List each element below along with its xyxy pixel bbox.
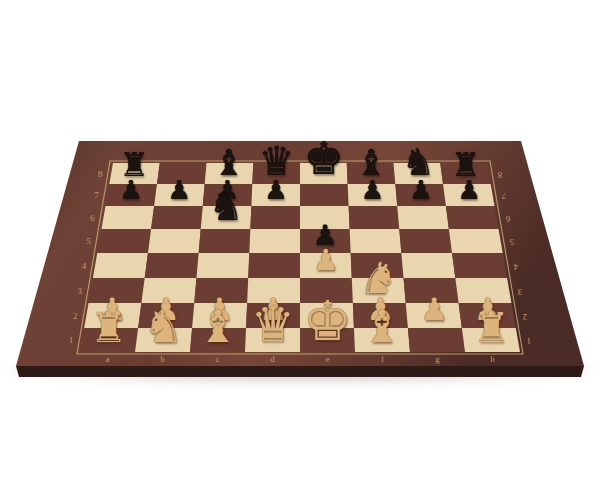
square-a5[interactable]	[97, 229, 151, 253]
piece-black-pawn-g7[interactable]: ♟	[409, 177, 432, 203]
piece-black-pawn-h7[interactable]: ♟	[457, 177, 480, 203]
square-e7[interactable]	[300, 184, 349, 206]
square-g4[interactable]	[401, 253, 455, 278]
square-c5[interactable]	[199, 229, 251, 253]
square-f5[interactable]	[350, 229, 402, 253]
rank-label-right-8: 8	[498, 169, 503, 178]
piece-black-pawn-d7[interactable]: ♟	[264, 177, 287, 203]
file-label-a: a	[106, 355, 110, 364]
square-a4[interactable]	[93, 253, 148, 278]
rank-label-right-2: 2	[522, 311, 527, 320]
piece-black-king-e8[interactable]: ♚	[304, 136, 344, 181]
rank-label-right-1: 1	[527, 336, 532, 345]
square-d5[interactable]	[249, 229, 300, 253]
piece-black-knight-c6[interactable]: ♞	[209, 187, 244, 226]
square-a6[interactable]	[101, 206, 154, 229]
rank-label-left-6: 6	[90, 213, 95, 222]
square-b5[interactable]	[148, 229, 201, 253]
rank-label-right-5: 5	[509, 237, 514, 246]
square-b6[interactable]	[151, 206, 203, 229]
file-label-c: c	[216, 355, 220, 364]
piece-black-pawn-b7[interactable]: ♟	[168, 177, 191, 203]
piece-white-king-e1[interactable]: ♚	[303, 294, 352, 349]
chessboard	[0, 0, 600, 496]
square-h5[interactable]	[449, 229, 503, 253]
board-side-edge	[16, 366, 584, 377]
piece-white-pawn-e4[interactable]: ♟	[313, 246, 339, 275]
square-c4[interactable]	[196, 253, 249, 278]
square-h4[interactable]	[452, 253, 507, 278]
piece-white-bishop-c1[interactable]: ♝	[198, 304, 238, 349]
square-g6[interactable]	[397, 206, 449, 229]
square-d4[interactable]	[248, 253, 300, 278]
rank-label-left-8: 8	[98, 169, 103, 178]
piece-black-pawn-f7[interactable]: ♟	[361, 177, 384, 203]
file-label-f: f	[381, 355, 384, 364]
rank-label-left-1: 1	[69, 336, 74, 345]
rank-label-left-2: 2	[73, 311, 78, 320]
piece-black-pawn-a7[interactable]: ♟	[119, 177, 142, 203]
file-label-b: b	[160, 355, 165, 364]
square-g5[interactable]	[399, 229, 452, 253]
square-f6[interactable]	[349, 206, 400, 229]
piece-white-pawn-g2[interactable]: ♟	[420, 294, 448, 325]
piece-white-queen-d1[interactable]: ♛	[251, 300, 295, 349]
square-g1[interactable]	[408, 328, 465, 352]
piece-white-bishop-f1[interactable]: ♝	[362, 304, 402, 349]
piece-white-knight-b1[interactable]: ♞	[143, 304, 183, 349]
chessboard-photo: abcdefgh1122334455667788 ♜♝♛♚♝♞♜♟♟♟♟♟♟♟♞…	[0, 0, 600, 496]
rank-label-right-7: 7	[501, 191, 506, 200]
rank-label-left-5: 5	[86, 237, 91, 246]
rank-label-left-3: 3	[77, 286, 82, 295]
file-label-h: h	[490, 355, 495, 364]
square-b4[interactable]	[145, 253, 199, 278]
file-label-e: e	[326, 355, 330, 364]
piece-white-rook-a1[interactable]: ♜	[90, 308, 127, 349]
rank-label-right-6: 6	[505, 213, 510, 222]
file-label-d: d	[270, 355, 275, 364]
rank-label-left-7: 7	[94, 191, 99, 200]
square-h6[interactable]	[446, 206, 499, 229]
rank-label-right-3: 3	[518, 286, 523, 295]
rank-label-left-4: 4	[82, 261, 87, 270]
square-d6[interactable]	[250, 206, 300, 229]
rank-label-right-4: 4	[514, 261, 519, 270]
piece-white-rook-h1[interactable]: ♜	[473, 308, 510, 349]
file-label-g: g	[435, 355, 440, 364]
